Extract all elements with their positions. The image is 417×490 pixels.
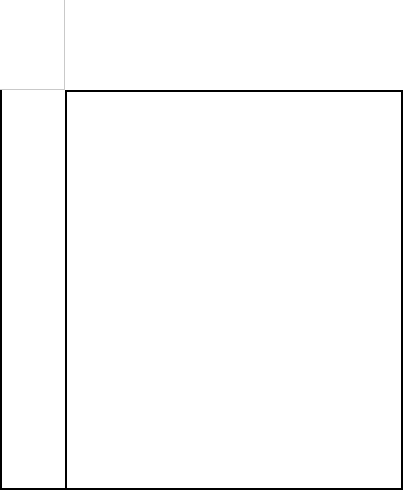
top-clues-grid: [65, 0, 403, 90]
nonogram-puzzle-page: [0, 0, 417, 490]
left-clues-grid: [0, 90, 65, 490]
corner-watermark-area: [0, 0, 65, 90]
right-sidebar: [403, 0, 417, 490]
board-grid[interactable]: [65, 90, 403, 490]
